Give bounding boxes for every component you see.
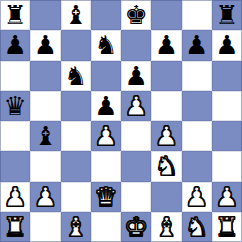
black-pawn: ♟	[155, 32, 178, 58]
black-pawn: ♟	[3, 32, 26, 58]
white-rook: ♜	[3, 214, 26, 240]
black-rook: ♜	[3, 2, 26, 28]
square-b4[interactable]: ♝	[30, 121, 60, 151]
square-b5[interactable]	[30, 91, 60, 121]
black-bishop: ♝	[34, 123, 57, 149]
black-pawn: ♟	[124, 63, 147, 89]
square-a1[interactable]: ♜	[0, 212, 30, 242]
white-pawn: ♟	[3, 184, 26, 210]
chess-board: ♜♝♚♜♟♟♞♟♟♟♞♟♛♟♟♝♟♟♞♟♟♛♟♟♜♝♚♝♞♜	[0, 0, 242, 242]
square-a5[interactable]: ♛	[0, 91, 30, 121]
white-king: ♚	[124, 214, 147, 240]
square-c5[interactable]	[61, 91, 91, 121]
white-pawn: ♟	[124, 93, 147, 119]
black-pawn: ♟	[215, 32, 238, 58]
white-knight: ♞	[155, 153, 178, 179]
square-b7[interactable]: ♟	[30, 30, 60, 60]
square-d3[interactable]	[91, 151, 121, 181]
square-f6[interactable]	[151, 61, 181, 91]
white-queen: ♛	[94, 184, 117, 210]
square-a8[interactable]: ♜	[0, 0, 30, 30]
square-e7[interactable]	[121, 30, 151, 60]
square-c8[interactable]: ♝	[61, 0, 91, 30]
square-b3[interactable]	[30, 151, 60, 181]
square-f1[interactable]: ♝	[151, 212, 181, 242]
black-bishop: ♝	[64, 2, 87, 28]
square-h1[interactable]: ♜	[212, 212, 242, 242]
black-pawn: ♟	[94, 93, 117, 119]
black-pawn: ♟	[34, 32, 57, 58]
square-f4[interactable]: ♟	[151, 121, 181, 151]
square-h7[interactable]: ♟	[212, 30, 242, 60]
square-f3[interactable]: ♞	[151, 151, 181, 181]
square-c7[interactable]	[61, 30, 91, 60]
square-f2[interactable]	[151, 182, 181, 212]
square-e4[interactable]	[121, 121, 151, 151]
square-h6[interactable]	[212, 61, 242, 91]
square-a7[interactable]: ♟	[0, 30, 30, 60]
square-a6[interactable]	[0, 61, 30, 91]
square-h3[interactable]	[212, 151, 242, 181]
square-h4[interactable]	[212, 121, 242, 151]
square-a2[interactable]: ♟	[0, 182, 30, 212]
square-e8[interactable]: ♚	[121, 0, 151, 30]
square-d7[interactable]: ♞	[91, 30, 121, 60]
square-c4[interactable]	[61, 121, 91, 151]
square-g7[interactable]: ♟	[182, 30, 212, 60]
square-h8[interactable]: ♜	[212, 0, 242, 30]
square-c6[interactable]: ♞	[61, 61, 91, 91]
square-d5[interactable]: ♟	[91, 91, 121, 121]
square-e3[interactable]	[121, 151, 151, 181]
square-g5[interactable]	[182, 91, 212, 121]
square-d6[interactable]	[91, 61, 121, 91]
square-e6[interactable]: ♟	[121, 61, 151, 91]
square-h2[interactable]: ♟	[212, 182, 242, 212]
square-g4[interactable]	[182, 121, 212, 151]
square-b2[interactable]: ♟	[30, 182, 60, 212]
black-rook: ♜	[215, 2, 238, 28]
white-knight: ♞	[185, 214, 208, 240]
square-e5[interactable]: ♟	[121, 91, 151, 121]
square-e1[interactable]: ♚	[121, 212, 151, 242]
white-pawn: ♟	[94, 123, 117, 149]
square-d1[interactable]	[91, 212, 121, 242]
square-c2[interactable]	[61, 182, 91, 212]
square-b1[interactable]	[30, 212, 60, 242]
square-a3[interactable]	[0, 151, 30, 181]
square-b6[interactable]	[30, 61, 60, 91]
square-d4[interactable]: ♟	[91, 121, 121, 151]
square-b8[interactable]	[30, 0, 60, 30]
black-king: ♚	[124, 2, 147, 28]
square-f8[interactable]	[151, 0, 181, 30]
white-rook: ♜	[215, 214, 238, 240]
square-g2[interactable]: ♟	[182, 182, 212, 212]
square-g8[interactable]	[182, 0, 212, 30]
white-pawn: ♟	[34, 184, 57, 210]
black-knight: ♞	[94, 32, 117, 58]
white-pawn: ♟	[185, 184, 208, 210]
white-bishop: ♝	[64, 214, 87, 240]
square-g3[interactable]	[182, 151, 212, 181]
square-a4[interactable]	[0, 121, 30, 151]
square-g6[interactable]	[182, 61, 212, 91]
square-h5[interactable]	[212, 91, 242, 121]
square-f5[interactable]	[151, 91, 181, 121]
black-queen: ♛	[3, 93, 26, 119]
square-g1[interactable]: ♞	[182, 212, 212, 242]
square-c1[interactable]: ♝	[61, 212, 91, 242]
square-f7[interactable]: ♟	[151, 30, 181, 60]
square-d8[interactable]	[91, 0, 121, 30]
black-pawn: ♟	[185, 32, 208, 58]
square-e2[interactable]	[121, 182, 151, 212]
white-bishop: ♝	[155, 214, 178, 240]
white-pawn: ♟	[155, 123, 178, 149]
square-c3[interactable]	[61, 151, 91, 181]
square-d2[interactable]: ♛	[91, 182, 121, 212]
white-pawn: ♟	[215, 184, 238, 210]
black-knight: ♞	[64, 63, 87, 89]
